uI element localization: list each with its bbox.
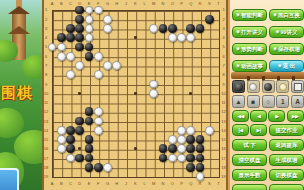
panel-button-7[interactable]: ◉动画故事	[232, 60, 267, 72]
white-stone[interactable]	[57, 135, 66, 144]
black-stone-icon	[235, 83, 243, 91]
marker-glyph: ○	[266, 99, 270, 105]
coordinate-label: L	[140, 181, 149, 187]
panel-button-4[interactable]: ◉99讲义	[269, 26, 304, 38]
black-stone-tool-selected[interactable]	[232, 80, 245, 93]
marker-glyph: 1	[281, 99, 285, 105]
black-stone[interactable]	[186, 144, 195, 153]
coordinate-label: S	[205, 181, 214, 187]
white-stone[interactable]	[75, 61, 84, 70]
white-stone[interactable]	[85, 24, 94, 33]
white-stone[interactable]	[186, 126, 195, 135]
black-stone[interactable]	[85, 43, 94, 52]
media-button-rewind[interactable]: ◀◀	[232, 110, 249, 122]
white-stone[interactable]	[94, 6, 103, 15]
white-stone[interactable]	[103, 15, 112, 24]
coordinate-label: N	[158, 181, 167, 187]
circle-badge-icon: ◉	[273, 13, 277, 17]
white-stone[interactable]	[85, 15, 94, 24]
black-stone[interactable]	[85, 163, 94, 172]
board-intersections[interactable]	[47, 5, 223, 181]
black-stone[interactable]	[75, 24, 84, 33]
white-stone[interactable]	[149, 80, 158, 89]
submit-homework-button[interactable]: 提交作业	[269, 124, 304, 136]
coordinate-label: B	[57, 181, 66, 187]
white-stone[interactable]	[66, 70, 75, 79]
black-stone[interactable]	[57, 33, 66, 42]
circle-badge-icon: ◉	[275, 30, 279, 34]
coordinate-label: C	[66, 181, 75, 187]
black-stone[interactable]	[196, 24, 205, 33]
circle-badge-icon: ◉	[236, 64, 240, 68]
white-stone[interactable]	[177, 33, 186, 42]
black-stone[interactable]	[159, 154, 168, 163]
black-stone[interactable]	[66, 135, 75, 144]
black-stone[interactable]	[66, 126, 75, 135]
media-button-back[interactable]: ◀	[250, 110, 267, 122]
white-stone[interactable]	[177, 126, 186, 135]
white-stone[interactable]	[94, 107, 103, 116]
coordinate-label: T	[214, 181, 223, 187]
black-stone[interactable]	[85, 117, 94, 126]
black-stone[interactable]	[85, 52, 94, 61]
black-stone[interactable]	[75, 33, 84, 42]
panel-button-5[interactable]: ◉形势判断	[232, 43, 267, 55]
coordinate-label: Q	[186, 181, 195, 187]
panel-button-2[interactable]: ◉黑白互换	[269, 9, 304, 21]
black-stone-icon	[264, 83, 272, 91]
white-stone[interactable]	[66, 154, 75, 163]
coordinate-label: D	[75, 181, 84, 187]
star-point	[78, 147, 81, 150]
panel-text-button-返回题库[interactable]: 返回题库	[269, 139, 304, 151]
white-stone[interactable]	[85, 6, 94, 15]
coordinate-label: E	[84, 181, 93, 187]
white-stone[interactable]	[48, 43, 57, 52]
black-stone[interactable]	[85, 154, 94, 163]
black-stone[interactable]	[168, 144, 177, 153]
black-stone[interactable]	[168, 24, 177, 33]
coordinate-label: G	[103, 181, 112, 187]
black-stone[interactable]	[66, 144, 75, 153]
wooden-shelf	[231, 72, 304, 79]
star-point	[134, 92, 137, 95]
marker-tool-A[interactable]: A	[291, 95, 304, 108]
media-button-forward[interactable]: ▶	[268, 110, 285, 122]
left-artwork: 围棋	[0, 0, 42, 190]
panel-button-8[interactable]: ◉退 出	[269, 60, 304, 72]
white-stone-tool[interactable]	[247, 80, 260, 93]
marker-glyph: ▲	[235, 99, 241, 105]
star-point	[134, 147, 137, 150]
tower-roof2-icon	[8, 26, 30, 34]
cutoff-button[interactable]	[269, 184, 304, 190]
star-point	[78, 92, 81, 95]
white-stone[interactable]	[103, 24, 112, 33]
white-stone[interactable]	[168, 33, 177, 42]
circle-badge-icon: ◉	[236, 30, 240, 34]
black-stone[interactable]	[205, 15, 214, 24]
coordinate-label: F	[94, 181, 103, 187]
control-panel: ◉智能判断◉黑白互换◉打开讲义◉99讲义◉形势判断◉保存棋谱◉动画故事◉退 出 …	[228, 0, 304, 190]
white-stone[interactable]	[177, 154, 186, 163]
black-stone[interactable]	[186, 154, 195, 163]
black-stone[interactable]	[75, 126, 84, 135]
panel-text-button-显示手数[interactable]: 显示手数	[232, 169, 267, 181]
coordinate-label: M	[149, 181, 158, 187]
go-board: ABCDEFGHJKLMNOPQRST ABCDEFGHJKLMNOPQRST …	[42, 0, 228, 190]
white-stone[interactable]	[94, 70, 103, 79]
board-coordinates-bottom: ABCDEFGHJKLMNOPQRST	[47, 181, 223, 187]
panel-text-button-试 下[interactable]: 试 下	[232, 139, 267, 151]
coordinate-label: J	[121, 181, 130, 187]
coordinate-label: K	[131, 181, 140, 187]
black-stone[interactable]	[186, 163, 195, 172]
media-button-go-end[interactable]: ▶|	[250, 124, 267, 136]
coordinate-label: O	[168, 181, 177, 187]
coordinate-label: H	[112, 181, 121, 187]
black-stone[interactable]	[85, 107, 94, 116]
black-stone[interactable]	[75, 117, 84, 126]
white-stone[interactable]	[168, 135, 177, 144]
black-stone[interactable]	[75, 6, 84, 15]
white-stone[interactable]	[112, 61, 121, 70]
panel-button-6[interactable]: ◉保存棋谱	[269, 43, 304, 55]
white-stone-icon	[249, 83, 257, 91]
white-stone[interactable]	[57, 144, 66, 153]
app-window: 围棋 ABCDEFGHJKLMNOPQRST ABCDEFGHJKLMNOPQR…	[0, 0, 304, 190]
white-stone[interactable]	[66, 52, 75, 61]
white-stone[interactable]	[196, 172, 205, 181]
white-stone[interactable]	[168, 154, 177, 163]
black-stone[interactable]	[94, 163, 103, 172]
white-stone[interactable]	[177, 144, 186, 153]
partial-blue-window[interactable]	[0, 168, 19, 190]
app-logo-text: 围棋	[1, 84, 42, 103]
black-stone[interactable]	[75, 43, 84, 52]
white-stone[interactable]	[57, 43, 66, 52]
panel-button-1[interactable]: ◉智能判断	[232, 9, 267, 21]
circle-badge-icon: ◉	[273, 47, 277, 51]
black-stone[interactable]	[75, 15, 84, 24]
coordinate-label: P	[177, 181, 186, 187]
white-stone[interactable]	[94, 126, 103, 135]
panel-text-button-清空棋盘[interactable]: 清空棋盘	[232, 154, 267, 166]
panel-button-3[interactable]: ◉打开讲义	[232, 26, 267, 38]
trial-stone-tool[interactable]	[276, 80, 289, 93]
black-stone[interactable]	[196, 154, 205, 163]
white-stone[interactable]	[177, 135, 186, 144]
white-stone[interactable]	[94, 52, 103, 61]
black-stone[interactable]	[85, 135, 94, 144]
black-stone[interactable]	[196, 144, 205, 153]
foliage	[22, 55, 42, 79]
white-stone[interactable]	[94, 117, 103, 126]
media-button-fast-forward[interactable]: ▶▶	[287, 110, 304, 122]
white-stone[interactable]	[149, 89, 158, 98]
marker-tool-▲[interactable]: ▲	[232, 95, 245, 108]
coordinate-label: R	[195, 181, 204, 187]
cutoff-button[interactable]	[232, 184, 267, 190]
white-stone[interactable]	[85, 33, 94, 42]
panel-text-button-生成棋谱[interactable]: 生成棋谱	[269, 154, 304, 166]
marker-tool-■[interactable]: ■	[247, 95, 260, 108]
star-point	[134, 36, 137, 39]
circle-badge-icon: ◉	[236, 13, 240, 17]
marker-tool-○[interactable]: ○	[262, 95, 275, 108]
marker-tool-1[interactable]: 1	[276, 95, 289, 108]
white-stone[interactable]	[103, 163, 112, 172]
black-stone[interactable]	[66, 33, 75, 42]
black-stone[interactable]	[196, 163, 205, 172]
panel-text-button-切换棋盘[interactable]: 切换棋盘	[269, 169, 304, 181]
white-stone[interactable]	[57, 52, 66, 61]
black-stone[interactable]	[186, 24, 195, 33]
white-stone[interactable]	[186, 33, 195, 42]
marker-glyph: A	[295, 99, 300, 105]
white-stone[interactable]	[205, 126, 214, 135]
coordinate-label: A	[47, 181, 56, 187]
small-square-icon	[294, 83, 302, 91]
black-stone[interactable]	[75, 154, 84, 163]
circle-badge-icon: ◉	[278, 64, 282, 68]
black-stone-tool[interactable]	[262, 80, 275, 93]
pale-stone-icon	[279, 83, 287, 91]
tower-roof-icon	[8, 6, 30, 14]
erase-tool[interactable]	[291, 80, 304, 93]
black-stone[interactable]	[196, 135, 205, 144]
black-stone[interactable]	[159, 24, 168, 33]
circle-badge-icon: ◉	[236, 47, 240, 51]
black-stone[interactable]	[159, 144, 168, 153]
star-point	[189, 92, 192, 95]
white-stone[interactable]	[149, 24, 158, 33]
black-stone[interactable]	[186, 135, 195, 144]
white-stone[interactable]	[57, 126, 66, 135]
white-stone[interactable]	[103, 61, 112, 70]
media-button-go-start[interactable]: |◀	[232, 124, 249, 136]
black-stone[interactable]	[66, 24, 75, 33]
black-stone[interactable]	[85, 144, 94, 153]
marker-glyph: ■	[251, 99, 255, 105]
